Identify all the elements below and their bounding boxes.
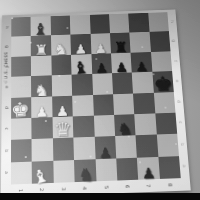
square-d4[interactable] — [72, 95, 93, 117]
square-g4[interactable]: ♟ — [70, 34, 90, 54]
square-a1[interactable] — [11, 161, 32, 184]
file-letter-label: f — [164, 57, 186, 65]
square-b1[interactable] — [11, 139, 32, 162]
file-letter-label: g — [162, 37, 184, 44]
square-e1[interactable] — [11, 76, 31, 97]
square-h4[interactable] — [70, 15, 90, 35]
square-c3[interactable]: ♛ — [52, 116, 73, 138]
square-b3[interactable] — [53, 138, 74, 161]
square-h7[interactable] — [128, 13, 149, 33]
square-b4[interactable] — [73, 137, 95, 160]
square-d8[interactable] — [154, 92, 176, 114]
square-c5[interactable] — [93, 115, 115, 137]
brand-knight-icon: ♘ — [3, 79, 9, 85]
square-c7[interactable] — [134, 113, 156, 135]
square-b7[interactable] — [136, 135, 158, 158]
square-e5[interactable] — [92, 73, 113, 94]
square-d2[interactable]: ♟ — [32, 96, 53, 118]
square-f5[interactable]: ♟ — [91, 53, 112, 74]
square-f3[interactable] — [51, 55, 72, 76]
square-c6[interactable]: ♞ — [114, 114, 136, 136]
square-g6[interactable]: ♜ — [110, 33, 131, 53]
chessboard-photo: ♘ U.S. CHESS hgfedcba hgfedcba ❖ ♝♜♞♟♟♜♝… — [0, 0, 200, 200]
square-e4[interactable] — [72, 74, 93, 95]
square-a6[interactable] — [116, 157, 138, 180]
piece-bN[interactable]: ♞ — [77, 166, 95, 185]
chess-board-grid[interactable]: ❖ ♝♜♞♟♟♜♝♟♟♟♞♚♚♟♟♛♞♟♝♞♟ — [11, 12, 181, 184]
square-g7[interactable] — [130, 32, 151, 52]
square-a3[interactable] — [53, 160, 75, 183]
square-d5[interactable] — [93, 94, 114, 116]
file-letter-label: h — [0, 24, 17, 31]
square-d3[interactable]: ♟ — [52, 95, 73, 117]
square-c2[interactable] — [32, 117, 53, 139]
square-d6[interactable] — [113, 93, 135, 115]
square-f4[interactable]: ♝ — [71, 54, 92, 75]
square-b2[interactable] — [32, 139, 53, 162]
file-letter-label: g — [0, 43, 17, 51]
square-e3[interactable] — [52, 75, 73, 96]
square-b8[interactable] — [156, 134, 178, 157]
square-g5[interactable]: ♟ — [90, 34, 111, 54]
square-e6[interactable] — [112, 73, 133, 94]
square-e7[interactable] — [132, 72, 154, 93]
square-c1[interactable] — [11, 118, 32, 140]
square-c4[interactable] — [73, 116, 94, 138]
square-a7[interactable]: ♟ — [137, 157, 160, 180]
square-a4[interactable]: ♞ — [74, 159, 96, 182]
square-h5[interactable] — [89, 14, 109, 34]
square-c8[interactable] — [155, 113, 177, 135]
square-e8[interactable]: ♚ — [152, 71, 174, 92]
square-a8[interactable] — [158, 156, 181, 179]
photo-bottom-band — [0, 193, 200, 200]
square-h2[interactable]: ♝ — [31, 16, 51, 36]
square-h3[interactable] — [50, 16, 70, 36]
square-a2[interactable]: ♝ — [32, 160, 53, 183]
piece-wB[interactable]: ♝ — [30, 165, 51, 187]
square-g2[interactable]: ♜ — [31, 36, 51, 56]
square-e2[interactable]: ♞ — [31, 75, 52, 96]
square-b5[interactable]: ♟ — [94, 136, 116, 159]
square-f7[interactable]: ♟ — [131, 52, 152, 73]
square-f6[interactable]: ♟ — [111, 52, 132, 73]
square-g3[interactable]: ♞ — [51, 35, 71, 55]
square-d7[interactable] — [133, 92, 155, 114]
file-letter-label: h — [161, 18, 183, 25]
board-brand: ♘ U.S. CHESS — [3, 52, 9, 86]
square-a5[interactable] — [95, 158, 117, 181]
piece-bP[interactable]: ♟ — [142, 167, 156, 182]
square-h6[interactable] — [109, 14, 130, 34]
square-b6[interactable] — [115, 135, 137, 158]
square-f2[interactable] — [31, 55, 51, 76]
brand-label: U.S. CHESS — [3, 52, 8, 79]
square-d1[interactable]: ♚ — [11, 97, 32, 119]
chess-board: ♘ U.S. CHESS hgfedcba hgfedcba ❖ ♝♜♞♟♟♜♝… — [1, 9, 191, 197]
